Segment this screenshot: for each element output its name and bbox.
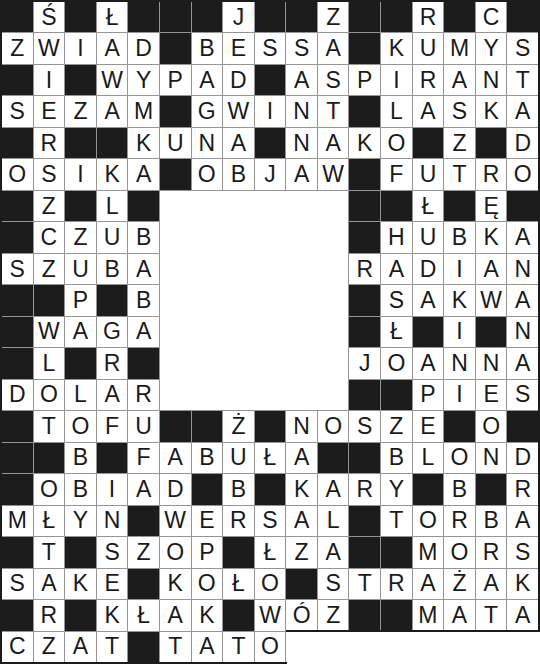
letter-cell[interactable]: U xyxy=(65,254,96,284)
letter-cell[interactable]: Z xyxy=(65,222,96,252)
letter-cell[interactable]: P xyxy=(192,537,223,567)
letter-cell[interactable]: W xyxy=(160,506,191,536)
letter-cell[interactable]: E xyxy=(97,569,128,599)
letter-cell[interactable]: L xyxy=(381,96,412,126)
letter-cell[interactable]: K xyxy=(444,285,475,315)
letter-cell[interactable]: F xyxy=(381,159,412,189)
letter-cell[interactable]: Y xyxy=(128,65,159,95)
black-cell xyxy=(381,537,412,567)
black-cell xyxy=(413,317,444,347)
letter-cell[interactable]: O xyxy=(160,537,191,567)
letter-cell[interactable]: T xyxy=(34,411,65,441)
black-cell xyxy=(2,128,33,158)
letter-cell[interactable]: A xyxy=(65,632,96,662)
black-cell xyxy=(160,2,191,32)
letter-cell[interactable]: N xyxy=(286,96,317,126)
letter-cell[interactable]: A xyxy=(223,128,254,158)
letter-cell[interactable]: S xyxy=(381,285,412,315)
letter-cell[interactable]: A xyxy=(318,128,349,158)
letter-cell[interactable]: O xyxy=(2,159,33,189)
letter-cell[interactable]: T xyxy=(97,632,128,662)
letter-cell[interactable]: N xyxy=(286,411,317,441)
letter-cell[interactable]: B xyxy=(223,159,254,189)
black-cell xyxy=(413,474,444,504)
letter-cell[interactable]: B xyxy=(128,222,159,252)
letter-cell[interactable]: C xyxy=(34,222,65,252)
black-cell xyxy=(192,474,223,504)
letter-cell[interactable]: M xyxy=(2,506,33,536)
letter-cell[interactable]: K xyxy=(65,569,96,599)
letter-cell[interactable]: K xyxy=(476,222,507,252)
letter-cell[interactable]: D xyxy=(128,33,159,63)
letter-cell[interactable]: Ś xyxy=(34,2,65,32)
letter-cell[interactable]: R xyxy=(97,348,128,378)
letter-cell[interactable]: A xyxy=(34,569,65,599)
black-cell xyxy=(349,537,380,567)
letter-cell[interactable]: U xyxy=(160,128,191,158)
letter-cell[interactable]: Z xyxy=(128,537,159,567)
letter-cell[interactable]: S xyxy=(318,569,349,599)
black-cell xyxy=(444,411,475,441)
letter-cell[interactable]: A xyxy=(128,159,159,189)
letter-cell[interactable]: D xyxy=(507,443,538,473)
letter-cell[interactable]: J xyxy=(255,159,286,189)
letter-cell[interactable]: B xyxy=(65,474,96,504)
letter-cell[interactable]: A xyxy=(318,537,349,567)
black-cell xyxy=(128,569,159,599)
letter-cell[interactable]: A xyxy=(444,65,475,95)
black-cell xyxy=(160,33,191,63)
letter-cell[interactable]: L xyxy=(34,348,65,378)
letter-cell[interactable]: R xyxy=(476,537,507,567)
black-cell xyxy=(160,411,191,441)
letter-cell[interactable]: L xyxy=(318,506,349,536)
letter-cell[interactable]: J xyxy=(349,348,380,378)
letter-cell[interactable]: K xyxy=(97,159,128,189)
letter-cell[interactable]: B xyxy=(223,474,254,504)
letter-cell[interactable]: K xyxy=(97,600,128,630)
letter-cell[interactable]: R xyxy=(349,254,380,284)
letter-cell[interactable]: P xyxy=(413,380,444,410)
letter-cell[interactable]: K xyxy=(160,569,191,599)
letter-cell[interactable]: L xyxy=(413,443,444,473)
letter-cell[interactable]: Y xyxy=(65,506,96,536)
letter-cell[interactable]: E xyxy=(192,506,223,536)
letter-cell[interactable]: I xyxy=(65,159,96,189)
letter-cell[interactable]: D xyxy=(2,380,33,410)
letter-cell[interactable]: Ł xyxy=(97,2,128,32)
black-cell xyxy=(223,537,254,567)
black-cell xyxy=(160,96,191,126)
letter-cell[interactable]: K xyxy=(476,96,507,126)
black-cell xyxy=(349,159,380,189)
letter-cell[interactable]: A xyxy=(192,65,223,95)
letter-cell[interactable]: A xyxy=(507,600,538,630)
letter-cell[interactable]: S xyxy=(444,96,475,126)
letter-cell[interactable]: O xyxy=(255,569,286,599)
letter-cell[interactable]: A xyxy=(413,96,444,126)
letter-cell[interactable]: O xyxy=(34,474,65,504)
letter-cell[interactable]: N xyxy=(286,128,317,158)
letter-cell[interactable]: Z xyxy=(318,2,349,32)
letter-cell[interactable]: S xyxy=(255,33,286,63)
letter-cell[interactable]: A xyxy=(97,380,128,410)
letter-cell[interactable]: P xyxy=(160,65,191,95)
letter-cell[interactable]: A xyxy=(160,600,191,630)
black-cell xyxy=(65,2,96,32)
letter-cell[interactable]: T xyxy=(34,537,65,567)
letter-cell[interactable]: A xyxy=(444,600,475,630)
letter-cell[interactable]: A xyxy=(286,159,317,189)
letter-cell[interactable]: K xyxy=(381,33,412,63)
letter-cell[interactable]: O xyxy=(444,443,475,473)
black-cell xyxy=(65,348,96,378)
letter-cell[interactable]: W xyxy=(34,33,65,63)
black-cell xyxy=(476,317,507,347)
black-cell xyxy=(2,443,33,473)
black-cell xyxy=(34,285,65,315)
letter-cell[interactable]: E xyxy=(223,33,254,63)
black-cell xyxy=(65,128,96,158)
letter-cell[interactable]: Ł xyxy=(255,537,286,567)
letter-cell[interactable]: A xyxy=(97,96,128,126)
letter-cell[interactable]: U xyxy=(413,33,444,63)
letter-cell[interactable]: N xyxy=(97,506,128,536)
black-cell xyxy=(97,443,128,473)
letter-cell[interactable]: F xyxy=(97,411,128,441)
letter-cell[interactable]: R xyxy=(349,474,380,504)
letter-cell[interactable]: A xyxy=(128,254,159,284)
letter-cell[interactable]: O xyxy=(413,506,444,536)
letter-cell[interactable]: I xyxy=(444,380,475,410)
letter-cell[interactable]: H xyxy=(381,222,412,252)
letter-cell[interactable]: L xyxy=(97,191,128,221)
letter-cell[interactable]: K xyxy=(192,600,223,630)
letter-cell[interactable]: L xyxy=(65,380,96,410)
letter-cell[interactable]: N xyxy=(507,254,538,284)
black-cell xyxy=(286,569,317,599)
picture-area xyxy=(160,191,349,410)
letter-cell[interactable]: B xyxy=(97,254,128,284)
letter-cell[interactable]: I xyxy=(97,474,128,504)
letter-cell[interactable]: S xyxy=(2,96,33,126)
letter-cell[interactable]: R xyxy=(128,380,159,410)
letter-cell[interactable]: T xyxy=(160,632,191,662)
letter-cell[interactable]: A xyxy=(97,33,128,63)
black-cell xyxy=(349,96,380,126)
letter-cell[interactable]: B xyxy=(192,33,223,63)
letter-cell[interactable]: Ł xyxy=(34,506,65,536)
letter-cell[interactable]: A xyxy=(286,506,317,536)
letter-cell[interactable]: Ł xyxy=(128,600,159,630)
letter-cell[interactable]: Z xyxy=(34,632,65,662)
letter-cell[interactable]: K xyxy=(349,128,380,158)
letter-cell[interactable]: S xyxy=(507,380,538,410)
letter-cell[interactable]: S xyxy=(507,537,538,567)
black-cell xyxy=(255,128,286,158)
letter-cell[interactable]: B xyxy=(192,443,223,473)
letter-cell[interactable]: D xyxy=(507,128,538,158)
letter-cell[interactable]: A xyxy=(507,348,538,378)
letter-cell[interactable]: T xyxy=(381,506,412,536)
black-cell xyxy=(381,2,412,32)
letter-cell[interactable]: Ł xyxy=(223,569,254,599)
letter-cell[interactable]: K xyxy=(128,128,159,158)
letter-cell[interactable]: I xyxy=(34,65,65,95)
black-cell xyxy=(192,2,223,32)
letter-cell[interactable]: R xyxy=(34,600,65,630)
letter-cell[interactable]: R xyxy=(223,506,254,536)
letter-cell[interactable]: W xyxy=(476,285,507,315)
letter-cell[interactable]: A xyxy=(318,474,349,504)
letter-cell[interactable]: D xyxy=(160,474,191,504)
black-cell xyxy=(65,600,96,630)
letter-cell[interactable]: E xyxy=(34,96,65,126)
letter-cell[interactable]: M xyxy=(413,600,444,630)
letter-cell[interactable]: A xyxy=(476,254,507,284)
black-cell xyxy=(349,33,380,63)
black-cell xyxy=(349,317,380,347)
letter-cell[interactable]: Ł xyxy=(413,191,444,221)
letter-cell[interactable]: A xyxy=(507,222,538,252)
letter-cell[interactable]: Z xyxy=(2,33,33,63)
letter-cell[interactable]: Ę xyxy=(476,191,507,221)
letter-cell[interactable]: K xyxy=(286,474,317,504)
letter-cell[interactable]: N xyxy=(444,348,475,378)
black-cell xyxy=(349,2,380,32)
letter-cell[interactable]: A xyxy=(507,96,538,126)
letter-cell[interactable]: O xyxy=(255,632,286,662)
letter-cell[interactable]: D xyxy=(223,65,254,95)
letter-cell[interactable]: J xyxy=(223,2,254,32)
letter-cell[interactable]: U xyxy=(413,222,444,252)
black-cell xyxy=(318,443,349,473)
letter-cell[interactable]: O xyxy=(65,411,96,441)
black-cell xyxy=(65,65,96,95)
letter-cell[interactable]: U xyxy=(128,411,159,441)
letter-cell[interactable]: C xyxy=(476,2,507,32)
letter-cell[interactable]: B xyxy=(65,443,96,473)
letter-cell[interactable]: A xyxy=(476,569,507,599)
black-cell xyxy=(349,600,380,630)
letter-cell[interactable]: S xyxy=(286,33,317,63)
letter-cell[interactable]: A xyxy=(65,317,96,347)
letter-cell[interactable]: T xyxy=(223,632,254,662)
letter-cell[interactable]: N xyxy=(507,317,538,347)
black-cell xyxy=(444,191,475,221)
letter-cell[interactable]: S xyxy=(34,159,65,189)
black-cell xyxy=(255,411,286,441)
letter-cell[interactable]: D xyxy=(413,254,444,284)
black-cell xyxy=(413,128,444,158)
letter-cell[interactable]: Ż xyxy=(223,411,254,441)
letter-cell[interactable]: N xyxy=(476,443,507,473)
letter-cell[interactable]: M xyxy=(444,33,475,63)
black-cell xyxy=(381,600,412,630)
letter-cell[interactable]: U xyxy=(223,443,254,473)
grid-border-top xyxy=(0,0,540,2)
letter-cell[interactable]: I xyxy=(381,65,412,95)
letter-cell[interactable]: W xyxy=(34,317,65,347)
letter-cell[interactable]: Z xyxy=(286,537,317,567)
black-cell xyxy=(34,443,65,473)
black-cell xyxy=(444,2,475,32)
letter-cell[interactable]: E xyxy=(476,380,507,410)
black-cell xyxy=(349,222,380,252)
letter-cell[interactable]: Ż xyxy=(444,569,475,599)
letter-cell[interactable]: P xyxy=(65,285,96,315)
letter-cell[interactable]: C xyxy=(2,632,33,662)
letter-cell[interactable]: S xyxy=(349,411,380,441)
black-cell xyxy=(2,474,33,504)
letter-cell[interactable]: G xyxy=(192,96,223,126)
letter-cell[interactable]: A xyxy=(192,632,223,662)
letter-cell[interactable]: P xyxy=(349,65,380,95)
letter-cell[interactable]: O xyxy=(318,411,349,441)
black-cell xyxy=(2,65,33,95)
black-cell xyxy=(476,474,507,504)
black-cell xyxy=(2,411,33,441)
black-cell xyxy=(349,506,380,536)
letter-cell[interactable]: Z xyxy=(65,96,96,126)
letter-cell[interactable]: Ł xyxy=(381,317,412,347)
black-cell xyxy=(192,411,223,441)
letter-cell[interactable]: A xyxy=(413,348,444,378)
letter-cell[interactable]: S xyxy=(97,537,128,567)
letter-cell[interactable]: Z xyxy=(34,191,65,221)
letter-cell[interactable]: W xyxy=(223,96,254,126)
letter-cell[interactable]: B xyxy=(476,506,507,536)
letter-cell[interactable]: M xyxy=(128,96,159,126)
letter-cell[interactable]: N xyxy=(476,65,507,95)
letter-cell[interactable]: A xyxy=(413,285,444,315)
letter-cell[interactable]: T xyxy=(349,569,380,599)
letter-cell[interactable]: U xyxy=(413,159,444,189)
letter-cell[interactable]: S xyxy=(318,65,349,95)
letter-cell[interactable]: R xyxy=(444,506,475,536)
black-cell xyxy=(65,191,96,221)
letter-cell[interactable]: B xyxy=(381,443,412,473)
letter-cell[interactable]: K xyxy=(507,569,538,599)
letter-cell[interactable]: A xyxy=(413,569,444,599)
letter-cell[interactable]: W xyxy=(97,65,128,95)
letter-cell[interactable]: A xyxy=(160,443,191,473)
letter-cell[interactable]: I xyxy=(255,96,286,126)
letter-cell[interactable]: T xyxy=(507,65,538,95)
letter-cell[interactable]: A xyxy=(381,254,412,284)
letter-cell[interactable]: A xyxy=(318,33,349,63)
letter-cell[interactable]: Y xyxy=(476,33,507,63)
letter-cell[interactable]: O xyxy=(192,159,223,189)
black-cell xyxy=(97,128,128,158)
black-cell xyxy=(507,411,538,441)
black-cell xyxy=(2,348,33,378)
letter-cell[interactable]: R xyxy=(476,159,507,189)
letter-cell[interactable]: T xyxy=(476,600,507,630)
letter-cell[interactable]: O xyxy=(476,411,507,441)
letter-cell[interactable]: T xyxy=(444,159,475,189)
letter-cell[interactable]: B xyxy=(444,222,475,252)
black-cell xyxy=(160,159,191,189)
crossword-grid: ŚŁJZRCZWIADBESSAKUMYSIWYPADASPIRANTSEZAM… xyxy=(2,2,538,662)
outside-grid-region xyxy=(286,632,538,662)
black-cell xyxy=(381,380,412,410)
letter-cell[interactable]: T xyxy=(318,96,349,126)
black-cell xyxy=(255,65,286,95)
letter-cell[interactable]: S xyxy=(2,254,33,284)
black-cell xyxy=(2,600,33,630)
letter-cell[interactable]: S xyxy=(2,569,33,599)
letter-cell[interactable]: Ó xyxy=(286,600,317,630)
letter-cell[interactable]: I xyxy=(444,317,475,347)
letter-cell[interactable]: B xyxy=(444,474,475,504)
black-cell xyxy=(349,443,380,473)
letter-cell[interactable]: A xyxy=(507,285,538,315)
letter-cell[interactable]: R xyxy=(34,128,65,158)
letter-cell[interactable]: Z xyxy=(34,254,65,284)
black-cell xyxy=(349,380,380,410)
black-cell xyxy=(286,2,317,32)
black-cell xyxy=(2,2,33,32)
letter-cell[interactable]: N xyxy=(476,348,507,378)
letter-cell[interactable]: A xyxy=(286,65,317,95)
black-cell xyxy=(349,191,380,221)
letter-cell[interactable]: S xyxy=(507,33,538,63)
letter-cell[interactable]: E xyxy=(413,411,444,441)
black-cell xyxy=(2,537,33,567)
grid-border-bottom-right xyxy=(286,630,540,632)
letter-cell[interactable]: Z xyxy=(381,411,412,441)
letter-cell[interactable]: O xyxy=(381,128,412,158)
letter-cell[interactable]: R xyxy=(507,474,538,504)
letter-cell[interactable]: O xyxy=(381,348,412,378)
letter-cell[interactable]: S xyxy=(255,506,286,536)
black-cell xyxy=(128,632,159,662)
letter-cell[interactable]: B xyxy=(128,285,159,315)
letter-cell[interactable]: R xyxy=(413,65,444,95)
letter-cell[interactable]: A xyxy=(128,317,159,347)
letter-cell[interactable]: N xyxy=(192,128,223,158)
letter-cell[interactable]: F xyxy=(128,443,159,473)
letter-cell[interactable]: I xyxy=(444,254,475,284)
letter-cell[interactable]: Y xyxy=(381,474,412,504)
letter-cell[interactable]: O xyxy=(444,537,475,567)
letter-cell[interactable]: R xyxy=(413,2,444,32)
letter-cell[interactable]: O xyxy=(34,380,65,410)
letter-cell[interactable]: A xyxy=(286,443,317,473)
letter-cell[interactable]: W xyxy=(318,159,349,189)
letter-cell[interactable]: A xyxy=(128,474,159,504)
letter-cell[interactable]: A xyxy=(507,506,538,536)
letter-cell[interactable]: O xyxy=(507,159,538,189)
letter-cell[interactable]: U xyxy=(97,222,128,252)
black-cell xyxy=(2,191,33,221)
black-cell xyxy=(349,285,380,315)
letter-cell[interactable]: W xyxy=(255,600,286,630)
letter-cell[interactable]: G xyxy=(97,317,128,347)
black-cell xyxy=(255,474,286,504)
letter-cell[interactable]: R xyxy=(381,569,412,599)
black-cell xyxy=(223,600,254,630)
letter-cell[interactable]: Ł xyxy=(255,443,286,473)
letter-cell[interactable]: I xyxy=(65,33,96,63)
letter-cell[interactable]: O xyxy=(192,569,223,599)
letter-cell[interactable]: Z xyxy=(318,600,349,630)
black-cell xyxy=(97,285,128,315)
letter-cell[interactable]: Z xyxy=(444,128,475,158)
letter-cell[interactable]: M xyxy=(413,537,444,567)
black-cell xyxy=(128,348,159,378)
